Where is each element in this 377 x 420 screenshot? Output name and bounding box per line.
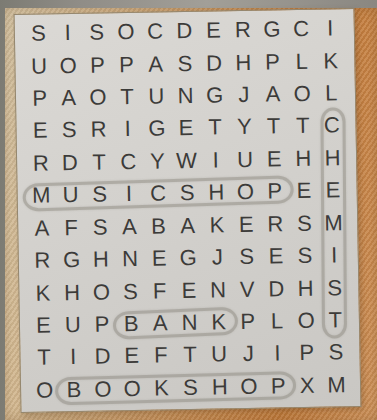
grid-cell-r3-c9[interactable]: A	[258, 78, 288, 111]
grid-cell-r1-c6[interactable]: D	[169, 15, 199, 48]
grid-cell-r10-c1[interactable]: E	[29, 309, 59, 342]
grid-cell-r8-c3[interactable]: H	[86, 243, 116, 276]
grid-cell-r5-c4[interactable]: C	[113, 145, 143, 178]
grid-cell-r2-c9[interactable]: P	[258, 46, 288, 79]
grid-cell-r8-c5[interactable]: E	[144, 242, 174, 275]
grid-cell-r7-c10[interactable]: S	[290, 207, 320, 240]
grid-cell-r5-c8[interactable]: U	[230, 143, 260, 176]
grid-cell-r3-c7[interactable]: G	[200, 79, 230, 112]
grid-cell-r9-c5[interactable]: F	[145, 275, 175, 308]
grid-cell-r10-c4[interactable]: B	[116, 307, 146, 340]
grid-cell-r7-c8[interactable]: E	[231, 208, 261, 241]
grid-cell-r2-c11[interactable]: K	[316, 45, 346, 78]
grid-cell-r5-c3[interactable]: T	[84, 146, 114, 179]
grid-cell-r1-c5[interactable]: C	[140, 15, 170, 48]
grid-cell-r11-c11[interactable]: S	[321, 336, 351, 369]
grid-cell-r12-c4[interactable]: O	[117, 372, 147, 405]
word-search-grid: SISOCDERGCIUOPPASDHPLKPAOTUNGJAOLESRIGET…	[24, 12, 352, 407]
grid-cell-r12-c1[interactable]: O	[30, 374, 60, 407]
grid-cell-r2-c5[interactable]: A	[141, 48, 171, 81]
grid-cell-r6-c6[interactable]: S	[172, 177, 202, 210]
grid-cell-r2-c8[interactable]: H	[228, 46, 258, 79]
grid-cell-r12-c7[interactable]: H	[205, 371, 235, 404]
grid-cell-r9-c4[interactable]: S	[116, 275, 146, 308]
grid-cell-r6-c2[interactable]: U	[56, 179, 86, 212]
grid-cell-r11-c9[interactable]: I	[263, 337, 293, 370]
grid-cell-r9-c1[interactable]: K	[28, 277, 58, 310]
grid-cell-r10-c9[interactable]: L	[262, 305, 292, 338]
grid-cell-r6-c1[interactable]: M	[26, 179, 56, 212]
grid-cell-r11-c5[interactable]: F	[146, 339, 176, 372]
grid-cell-r11-c1[interactable]: T	[29, 341, 59, 374]
grid-cell-r10-c2[interactable]: U	[58, 309, 88, 342]
grid-cell-r1-c3[interactable]: S	[82, 16, 112, 49]
grid-cell-r5-c5[interactable]: Y	[143, 145, 173, 178]
grid-cell-r10-c3[interactable]: P	[87, 308, 117, 341]
grid-cell-r6-c3[interactable]: S	[85, 178, 115, 211]
grid-cell-r8-c8[interactable]: S	[232, 241, 262, 274]
grid-cell-r5-c1[interactable]: R	[26, 147, 56, 180]
grid-cell-r2-c6[interactable]: S	[170, 47, 200, 80]
grid-cell-r7-c4[interactable]: A	[115, 210, 145, 243]
word-search-photo: SISOCDERGCIUOPPASDHPLKPAOTUNGJAOLESRIGET…	[0, 0, 377, 420]
puzzle-paper: SISOCDERGCIUOPPASDHPLKPAOTUNGJAOLESRIGET…	[14, 8, 362, 413]
grid-cell-r1-c8[interactable]: R	[228, 14, 258, 47]
grid-cell-r7-c11[interactable]: M	[319, 207, 349, 240]
grid-cell-r7-c5[interactable]: B	[144, 210, 174, 243]
grid-cell-r8-c11[interactable]: I	[319, 239, 349, 272]
grid-cell-r3-c10[interactable]: O	[287, 78, 317, 111]
grid-cell-r11-c4[interactable]: E	[117, 340, 147, 373]
grid-cell-r11-c7[interactable]: U	[204, 338, 234, 371]
grid-cell-r4-c10[interactable]: T	[288, 110, 318, 143]
grid-cell-r12-c6[interactable]: S	[176, 371, 206, 404]
grid-cell-r4-c2[interactable]: S	[54, 114, 84, 147]
grid-cell-r10-c8[interactable]: P	[233, 305, 263, 338]
grid-cell-r9-c7[interactable]: N	[203, 274, 233, 307]
grid-cell-r4-c4[interactable]: I	[113, 113, 143, 146]
grid-cell-r7-c3[interactable]: S	[85, 211, 115, 244]
grid-cell-r4-c11[interactable]: C	[317, 109, 347, 142]
grid-cell-r4-c5[interactable]: G	[142, 113, 172, 146]
grid-cell-r4-c8[interactable]: Y	[230, 111, 260, 144]
grid-cell-r6-c7[interactable]: H	[201, 176, 231, 209]
grid-cell-r12-c9[interactable]: P	[263, 370, 293, 403]
grid-cell-r11-c2[interactable]: I	[58, 341, 88, 374]
grid-cell-r2-c2[interactable]: O	[53, 49, 83, 82]
grid-cell-r12-c5[interactable]: K	[147, 372, 177, 405]
grid-cell-r6-c11[interactable]: E	[318, 174, 348, 207]
grid-cell-r1-c4[interactable]: O	[111, 16, 141, 49]
grid-cell-r11-c3[interactable]: D	[88, 340, 118, 373]
grid-cell-r3-c4[interactable]: T	[112, 81, 142, 114]
grid-cell-r11-c10[interactable]: P	[292, 337, 322, 370]
grid-cell-r12-c3[interactable]: O	[88, 373, 118, 406]
grid-cell-r2-c3[interactable]: P	[83, 49, 113, 82]
grid-cell-r2-c4[interactable]: P	[112, 48, 142, 81]
grid-cell-r12-c8[interactable]: O	[234, 370, 264, 403]
grid-cell-r5-c6[interactable]: W	[172, 144, 202, 177]
grid-cell-r7-c9[interactable]: R	[260, 208, 290, 241]
grid-cell-r7-c1[interactable]: A	[27, 212, 57, 245]
grid-cell-r7-c6[interactable]: A	[173, 209, 203, 242]
grid-cell-r5-c2[interactable]: D	[55, 146, 85, 179]
grid-cell-r9-c8[interactable]: V	[232, 273, 262, 306]
grid-cell-r8-c7[interactable]: J	[203, 241, 233, 274]
grid-cell-r8-c9[interactable]: E	[261, 240, 291, 273]
grid-cell-r7-c2[interactable]: F	[56, 211, 86, 244]
grid-cell-r4-c6[interactable]: E	[171, 112, 201, 145]
grid-cell-r4-c3[interactable]: R	[84, 114, 114, 147]
grid-cell-r3-c8[interactable]: J	[229, 79, 259, 112]
grid-cell-r1-c7[interactable]: E	[199, 14, 229, 47]
grid-cell-r10-c7[interactable]: K	[204, 306, 234, 339]
grid-cell-r1-c10[interactable]: C	[286, 13, 316, 46]
grid-cell-r12-c10[interactable]: X	[292, 369, 322, 402]
grid-cell-r9-c9[interactable]: D	[262, 273, 292, 306]
grid-cell-r8-c6[interactable]: G	[173, 242, 203, 275]
grid-cell-r9-c3[interactable]: O	[86, 276, 116, 309]
grid-cell-r9-c10[interactable]: H	[291, 272, 321, 305]
grid-cell-r3-c6[interactable]: N	[171, 80, 201, 113]
grid-cell-r6-c10[interactable]: E	[289, 175, 319, 208]
grid-cell-r1-c9[interactable]: G	[257, 13, 287, 46]
grid-cell-r5-c11[interactable]: H	[318, 142, 348, 175]
grid-cell-r1-c2[interactable]: I	[53, 17, 83, 50]
grid-cell-r6-c8[interactable]: O	[231, 176, 261, 209]
grid-cell-r8-c10[interactable]: S	[290, 240, 320, 273]
grid-cell-r5-c9[interactable]: E	[259, 143, 289, 176]
grid-cell-r9-c2[interactable]: H	[57, 276, 87, 309]
grid-cell-r4-c1[interactable]: E	[25, 115, 55, 148]
grid-cell-r11-c6[interactable]: T	[175, 339, 205, 372]
grid-cell-r5-c10[interactable]: H	[288, 142, 318, 175]
grid-cell-r2-c7[interactable]: D	[199, 47, 229, 80]
grid-cell-r8-c2[interactable]: G	[57, 244, 87, 277]
grid-cell-r3-c2[interactable]: A	[54, 82, 84, 115]
grid-cell-r9-c11[interactable]: S	[320, 272, 350, 305]
grid-cell-r2-c1[interactable]: U	[24, 50, 54, 83]
grid-cell-r3-c3[interactable]: O	[83, 81, 113, 114]
grid-cell-r9-c6[interactable]: E	[174, 274, 204, 307]
grid-cell-r8-c4[interactable]: N	[115, 243, 145, 276]
grid-cell-r4-c7[interactable]: T	[200, 112, 230, 145]
grid-cell-r6-c9[interactable]: P	[260, 175, 290, 208]
grid-cell-r7-c7[interactable]: K	[202, 209, 232, 242]
grid-cell-r12-c2[interactable]: B	[59, 373, 89, 406]
grid-cell-r1-c11[interactable]: I	[315, 12, 345, 45]
grid-cell-r10-c5[interactable]: A	[145, 307, 175, 340]
grid-cell-r10-c11[interactable]: T	[320, 304, 350, 337]
grid-cell-r2-c10[interactable]: L	[287, 45, 317, 78]
grid-cell-r6-c4[interactable]: I	[114, 178, 144, 211]
grid-cell-r3-c11[interactable]: L	[317, 77, 347, 110]
grid-cell-r6-c5[interactable]: C	[143, 177, 173, 210]
grid-cell-r12-c11[interactable]: M	[322, 369, 352, 402]
grid-cell-r5-c7[interactable]: I	[201, 144, 231, 177]
grid-cell-r10-c6[interactable]: N	[175, 306, 205, 339]
grid-cell-r3-c5[interactable]: U	[141, 80, 171, 113]
grid-cell-r4-c9[interactable]: T	[259, 110, 289, 143]
grid-cell-r3-c1[interactable]: P	[25, 82, 55, 115]
grid-cell-r1-c1[interactable]: S	[24, 17, 54, 50]
grid-cell-r10-c10[interactable]: O	[291, 304, 321, 337]
grid-cell-r8-c1[interactable]: R	[28, 244, 58, 277]
grid-cell-r11-c8[interactable]: J	[234, 338, 264, 371]
